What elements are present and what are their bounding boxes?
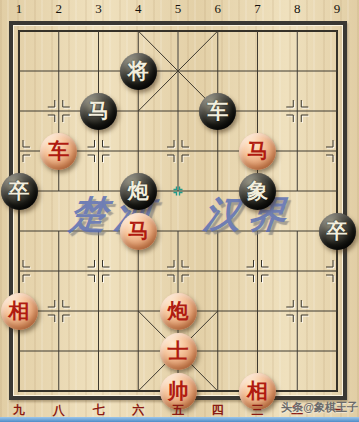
xiangqi-app: 楚河 汉界 123456789 九八七六五四三二一 将马车卒炮象卒车马马相炮士帅… [0, 0, 359, 422]
top-file-label-2: 2 [51, 1, 67, 17]
top-file-label-1: 1 [11, 1, 27, 17]
piece-black-chariot[interactable]: 车 [199, 93, 236, 130]
top-file-label-3: 3 [91, 1, 107, 17]
piece-black-soldier[interactable]: 卒 [1, 173, 38, 210]
top-file-label-5: 5 [170, 1, 186, 17]
piece-black-general[interactable]: 将 [120, 53, 157, 90]
piece-red-advisor[interactable]: 士 [160, 333, 197, 370]
piece-black-cannon[interactable]: 炮 [120, 173, 157, 210]
top-file-label-9: 9 [329, 1, 345, 17]
piece-red-elephant[interactable]: 相 [1, 293, 38, 330]
piece-black-horse[interactable]: 马 [80, 93, 117, 130]
piece-red-cannon[interactable]: 炮 [160, 293, 197, 330]
top-file-label-8: 8 [289, 1, 305, 17]
watermark-text: 头条@象棋王子 [281, 400, 358, 415]
piece-red-horse[interactable]: 马 [120, 213, 157, 250]
top-file-label-4: 4 [130, 1, 146, 17]
piece-red-chariot[interactable]: 车 [40, 133, 77, 170]
piece-red-horse[interactable]: 马 [239, 133, 276, 170]
bottom-blue-bar [0, 417, 359, 422]
top-file-label-6: 6 [210, 1, 226, 17]
top-file-label-7: 7 [250, 1, 266, 17]
piece-black-soldier[interactable]: 卒 [319, 213, 356, 250]
piece-black-elephant[interactable]: 象 [239, 173, 276, 210]
